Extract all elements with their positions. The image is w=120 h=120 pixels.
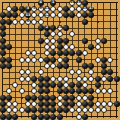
white-stone-13-17 bbox=[82, 107, 88, 113]
black-stone-8-15 bbox=[50, 95, 56, 101]
black-stone-1-7 bbox=[6, 44, 12, 50]
black-stone-7-15 bbox=[44, 95, 50, 101]
black-stone-14-16 bbox=[88, 101, 94, 107]
black-stone-14-7 bbox=[88, 44, 94, 50]
white-stone-2-16 bbox=[12, 101, 18, 107]
white-stone-8-12 bbox=[50, 76, 56, 82]
black-stone-10-17 bbox=[63, 107, 69, 113]
white-stone-11-5 bbox=[69, 31, 75, 37]
white-stone-10-12 bbox=[63, 76, 69, 82]
white-stone-3-17 bbox=[19, 107, 25, 113]
black-stone-8-16 bbox=[50, 101, 56, 107]
black-stone-10-2 bbox=[63, 12, 69, 18]
black-stone-17-12 bbox=[107, 76, 113, 82]
white-stone-4-16 bbox=[25, 101, 31, 107]
black-stone-10-1 bbox=[63, 6, 69, 12]
move-number: 11 bbox=[45, 7, 50, 11]
move-number: 12 bbox=[45, 14, 50, 18]
white-stone-9-1 bbox=[57, 6, 63, 12]
white-stone-13-12 bbox=[82, 76, 88, 82]
white-stone-17-14 bbox=[107, 88, 113, 94]
white-stone-6-11 bbox=[38, 69, 44, 75]
white-stone-7-10 bbox=[44, 63, 50, 69]
white-stone-12-17 bbox=[76, 107, 82, 113]
black-stone-6-12 bbox=[38, 76, 44, 82]
white-stone-1-14 bbox=[6, 88, 12, 94]
black-stone-16-11 bbox=[101, 69, 107, 75]
black-stone-0-3 bbox=[0, 19, 6, 25]
white-stone-8-7 bbox=[50, 44, 56, 50]
move-number: 6 bbox=[27, 20, 29, 24]
white-stone-10-13 bbox=[63, 82, 69, 88]
black-stone-10-10 bbox=[63, 63, 69, 69]
white-stone-4-11 bbox=[25, 69, 31, 75]
black-stone-11-2 bbox=[69, 12, 75, 18]
black-stone-1-2 bbox=[6, 12, 12, 18]
white-stone-4-9 bbox=[25, 57, 31, 63]
white-stone-12-16 bbox=[76, 101, 82, 107]
black-stone-0-9 bbox=[0, 57, 6, 63]
black-stone-9-17 bbox=[57, 107, 63, 113]
white-stone-13-1: 18 bbox=[82, 6, 88, 12]
white-stone-15-17 bbox=[95, 107, 101, 113]
black-stone-6-18 bbox=[38, 114, 44, 120]
white-stone-13-8 bbox=[82, 50, 88, 56]
black-stone-7-13 bbox=[44, 82, 50, 88]
white-stone-12-12 bbox=[76, 76, 82, 82]
black-stone-4-1: 3 bbox=[25, 6, 31, 12]
black-stone-5-18 bbox=[31, 114, 37, 120]
black-stone-10-16 bbox=[63, 101, 69, 107]
go-board[interactable]: 41101635911181713126214 bbox=[0, 0, 120, 120]
black-stone-9-18 bbox=[57, 114, 63, 120]
black-stone-7-12 bbox=[44, 76, 50, 82]
black-stone-0-17 bbox=[0, 107, 6, 113]
white-stone-14-12 bbox=[88, 76, 94, 82]
black-stone-0-7 bbox=[0, 44, 6, 50]
white-stone-8-5 bbox=[50, 31, 56, 37]
black-stone-8-18 bbox=[50, 114, 56, 120]
black-stone-11-15 bbox=[69, 95, 75, 101]
move-number: 14 bbox=[57, 26, 62, 30]
black-stone-16-10 bbox=[101, 63, 107, 69]
black-stone-5-12 bbox=[31, 76, 37, 82]
black-stone-18-16 bbox=[114, 101, 120, 107]
white-stone-17-9 bbox=[107, 57, 113, 63]
black-stone-9-14 bbox=[57, 88, 63, 94]
white-stone-5-2 bbox=[31, 12, 37, 18]
black-stone-17-11 bbox=[107, 69, 113, 75]
white-stone-3-2 bbox=[19, 12, 25, 18]
move-number: 2 bbox=[46, 26, 48, 30]
white-stone-12-1 bbox=[76, 6, 82, 12]
white-stone-15-6 bbox=[95, 38, 101, 44]
black-stone-11-13 bbox=[69, 82, 75, 88]
black-stone-7-14 bbox=[44, 88, 50, 94]
black-stone-10-15 bbox=[63, 95, 69, 101]
black-stone-0-10 bbox=[0, 63, 6, 69]
white-stone-15-9 bbox=[95, 57, 101, 63]
white-stone-11-1 bbox=[69, 6, 75, 12]
black-stone-0-16 bbox=[0, 101, 6, 107]
white-stone-11-11 bbox=[69, 69, 75, 75]
black-stone-10-14 bbox=[63, 88, 69, 94]
black-stone-6-13 bbox=[38, 82, 44, 88]
black-stone-2-1 bbox=[12, 6, 18, 12]
white-stone-16-16 bbox=[101, 101, 107, 107]
white-stone-7-2: 12 bbox=[44, 12, 50, 18]
black-stone-7-18 bbox=[44, 114, 50, 120]
white-stone-1-17 bbox=[6, 107, 12, 113]
black-stone-13-16 bbox=[82, 101, 88, 107]
black-stone-11-14 bbox=[69, 88, 75, 94]
black-stone-15-12 bbox=[95, 76, 101, 82]
black-stone-7-9 bbox=[44, 57, 50, 63]
white-stone-13-15 bbox=[82, 95, 88, 101]
white-stone-14-11 bbox=[88, 69, 94, 75]
move-number: 5 bbox=[33, 7, 35, 11]
black-stone-15-13 bbox=[95, 82, 101, 88]
black-stone-4-17 bbox=[25, 107, 31, 113]
black-stone-7-17 bbox=[44, 107, 50, 113]
black-stone-13-6 bbox=[82, 38, 88, 44]
white-stone-11-17 bbox=[69, 107, 75, 113]
black-stone-0-18 bbox=[0, 114, 6, 120]
white-stone-8-2 bbox=[50, 12, 56, 18]
white-stone-3-9 bbox=[19, 57, 25, 63]
black-stone-10-6 bbox=[63, 38, 69, 44]
move-number: 18 bbox=[83, 7, 88, 11]
white-stone-7-8 bbox=[44, 50, 50, 56]
black-stone-12-9 bbox=[76, 57, 82, 63]
star-point bbox=[21, 97, 23, 99]
white-stone-8-10 bbox=[50, 63, 56, 69]
white-stone-15-14 bbox=[95, 88, 101, 94]
black-stone-18-12 bbox=[114, 76, 120, 82]
black-stone-13-0 bbox=[82, 0, 88, 6]
white-stone-9-15 bbox=[57, 95, 63, 101]
white-stone-11-7 bbox=[69, 44, 75, 50]
black-stone-3-1 bbox=[19, 6, 25, 12]
black-stone-8-4 bbox=[50, 25, 56, 31]
white-stone-6-3 bbox=[38, 19, 44, 25]
move-number: 10 bbox=[70, 1, 75, 5]
white-stone-5-9 bbox=[31, 57, 37, 63]
move-number: 13 bbox=[26, 14, 31, 18]
white-stone-9-9 bbox=[57, 57, 63, 63]
black-stone-0-5 bbox=[0, 31, 6, 37]
white-stone-3-12 bbox=[19, 76, 25, 82]
black-stone-8-17 bbox=[50, 107, 56, 113]
white-stone-8-6 bbox=[50, 38, 56, 44]
white-stone-16-17 bbox=[101, 107, 107, 113]
black-stone-14-10 bbox=[88, 63, 94, 69]
black-stone-4-15 bbox=[25, 95, 31, 101]
white-stone-9-2 bbox=[57, 12, 63, 18]
white-stone-9-12 bbox=[57, 76, 63, 82]
black-stone-9-10 bbox=[57, 63, 63, 69]
white-stone-3-14 bbox=[19, 88, 25, 94]
black-stone-9-6 bbox=[57, 38, 63, 44]
black-stone-9-13 bbox=[57, 82, 63, 88]
black-stone-8-9 bbox=[50, 57, 56, 63]
white-stone-5-8 bbox=[31, 50, 37, 56]
white-stone-9-4: 14 bbox=[57, 25, 63, 31]
white-stone-5-1: 5 bbox=[31, 6, 37, 12]
black-stone-7-16 bbox=[44, 101, 50, 107]
black-stone-16-9 bbox=[101, 57, 107, 63]
black-stone-6-16 bbox=[38, 101, 44, 107]
black-stone-0-15 bbox=[0, 95, 6, 101]
white-stone-16-14 bbox=[101, 88, 107, 94]
black-stone-8-13 bbox=[50, 82, 56, 88]
black-stone-12-13 bbox=[76, 82, 82, 88]
black-stone-7-5 bbox=[44, 31, 50, 37]
white-stone-2-3 bbox=[12, 19, 18, 25]
white-stone-12-0: 16 bbox=[76, 0, 82, 6]
star-point bbox=[97, 97, 99, 99]
white-stone-10-7 bbox=[63, 44, 69, 50]
white-stone-16-12 bbox=[101, 76, 107, 82]
white-stone-15-16 bbox=[95, 101, 101, 107]
white-stone-3-3 bbox=[19, 19, 25, 25]
black-stone-6-14 bbox=[38, 88, 44, 94]
move-number: 1 bbox=[52, 1, 54, 5]
black-stone-6-15 bbox=[38, 95, 44, 101]
black-stone-6-4 bbox=[38, 25, 44, 31]
white-stone-8-1 bbox=[50, 6, 56, 12]
white-stone-11-0: 10 bbox=[69, 0, 75, 6]
black-stone-5-15 bbox=[31, 95, 37, 101]
black-stone-13-2 bbox=[82, 12, 88, 18]
black-stone-5-17 bbox=[31, 107, 37, 113]
white-stone-12-2 bbox=[76, 12, 82, 18]
black-stone-1-9 bbox=[6, 57, 12, 63]
white-stone-12-15 bbox=[76, 95, 82, 101]
black-stone-0-8 bbox=[0, 50, 6, 56]
star-point bbox=[59, 21, 61, 23]
white-stone-1-16 bbox=[6, 101, 12, 107]
white-stone-6-9 bbox=[38, 57, 44, 63]
black-stone-10-9 bbox=[63, 57, 69, 63]
black-stone-0-2 bbox=[0, 12, 6, 18]
white-stone-3-11 bbox=[19, 69, 25, 75]
white-stone-5-13 bbox=[31, 82, 37, 88]
star-point bbox=[97, 21, 99, 23]
black-stone-12-8 bbox=[76, 50, 82, 56]
white-stone-7-1: 11 bbox=[44, 6, 50, 12]
black-stone-9-8 bbox=[57, 50, 63, 56]
black-stone-1-15 bbox=[6, 95, 12, 101]
white-stone-5-14 bbox=[31, 88, 37, 94]
black-stone-8-8 bbox=[50, 50, 56, 56]
white-stone-14-17 bbox=[88, 107, 94, 113]
black-stone-7-4: 2 bbox=[44, 25, 50, 31]
white-stone-4-8 bbox=[25, 50, 31, 56]
black-stone-6-6 bbox=[38, 38, 44, 44]
black-stone-6-17 bbox=[38, 107, 44, 113]
black-stone-2-2 bbox=[12, 12, 18, 18]
white-stone-17-16 bbox=[107, 101, 113, 107]
black-stone-10-4 bbox=[63, 25, 69, 31]
white-stone-4-3: 6 bbox=[25, 19, 31, 25]
white-stone-7-7 bbox=[44, 44, 50, 50]
black-stone-1-10 bbox=[6, 63, 12, 69]
black-stone-11-8 bbox=[69, 50, 75, 56]
black-stone-12-14 bbox=[76, 88, 82, 94]
white-stone-1-1 bbox=[6, 6, 12, 12]
white-stone-9-16 bbox=[57, 101, 63, 107]
black-stone-6-0: 4 bbox=[38, 0, 44, 6]
black-stone-0-6 bbox=[0, 38, 6, 44]
black-stone-13-18 bbox=[82, 114, 88, 120]
black-stone-14-15 bbox=[88, 95, 94, 101]
white-stone-2-13 bbox=[12, 82, 18, 88]
white-stone-2-17 bbox=[12, 107, 18, 113]
white-stone-6-1: 9 bbox=[38, 6, 44, 12]
white-stone-5-3 bbox=[31, 19, 37, 25]
black-stone-14-2 bbox=[88, 12, 94, 18]
black-stone-14-1: 17 bbox=[88, 6, 94, 12]
black-stone-9-7 bbox=[57, 44, 63, 50]
move-number: 4 bbox=[39, 1, 41, 5]
white-stone-12-11 bbox=[76, 69, 82, 75]
black-stone-1-18 bbox=[6, 114, 12, 120]
black-stone-11-16 bbox=[69, 101, 75, 107]
white-stone-4-12 bbox=[25, 76, 31, 82]
black-stone-4-2: 13 bbox=[25, 12, 31, 18]
move-number: 16 bbox=[76, 1, 81, 5]
white-stone-7-6 bbox=[44, 38, 50, 44]
black-stone-10-8 bbox=[63, 50, 69, 56]
black-stone-2-18 bbox=[12, 114, 18, 120]
white-stone-6-2 bbox=[38, 12, 44, 18]
black-stone-14-14 bbox=[88, 88, 94, 94]
white-stone-13-13 bbox=[82, 82, 88, 88]
black-stone-13-10 bbox=[82, 63, 88, 69]
white-stone-9-5 bbox=[57, 31, 63, 37]
black-stone-16-6 bbox=[101, 38, 107, 44]
white-stone-15-7 bbox=[95, 44, 101, 50]
black-stone-8-0: 1 bbox=[50, 0, 56, 6]
move-number: 3 bbox=[27, 7, 29, 11]
white-stone-5-16 bbox=[31, 101, 37, 107]
black-stone-13-14 bbox=[82, 88, 88, 94]
move-number: 17 bbox=[89, 7, 94, 11]
white-stone-12-18 bbox=[76, 114, 82, 120]
black-stone-13-3 bbox=[82, 19, 88, 25]
black-stone-1-3 bbox=[6, 19, 12, 25]
move-number: 9 bbox=[39, 7, 41, 11]
black-stone-0-4 bbox=[0, 25, 6, 31]
